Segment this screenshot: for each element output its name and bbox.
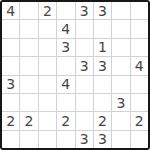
empty-cell-r1c2[interactable] — [20, 2, 37, 19]
empty-cell-r2c5[interactable] — [76, 20, 93, 37]
empty-cell-r5c7[interactable] — [112, 76, 129, 93]
clue-cell-r5c1: 3 — [2, 76, 19, 93]
empty-cell-r8c3[interactable] — [39, 131, 56, 148]
empty-cell-r8c7[interactable] — [112, 131, 129, 148]
empty-cell-r4c4[interactable] — [57, 57, 74, 74]
empty-cell-r6c3[interactable] — [39, 94, 56, 111]
empty-cell-r3c3[interactable] — [39, 39, 56, 56]
empty-cell-r3c2[interactable] — [20, 39, 37, 56]
clue-cell-r1c5: 3 — [76, 2, 93, 19]
empty-cell-r4c2[interactable] — [20, 57, 37, 74]
empty-cell-r5c8[interactable] — [131, 76, 148, 93]
empty-cell-r8c1[interactable] — [2, 131, 19, 148]
clue-cell-r3c6: 1 — [94, 39, 111, 56]
empty-cell-r2c6[interactable] — [94, 20, 111, 37]
empty-cell-r4c1[interactable] — [2, 57, 19, 74]
clue-cell-r7c6: 2 — [94, 112, 111, 129]
clue-cell-r5c4: 4 — [57, 76, 74, 93]
empty-cell-r3c7[interactable] — [112, 39, 129, 56]
clue-cell-r8c5: 3 — [76, 131, 93, 148]
empty-cell-r4c3[interactable] — [39, 57, 56, 74]
clue-cell-r6c7: 3 — [112, 94, 129, 111]
clue-cell-r3c4: 3 — [57, 39, 74, 56]
empty-cell-r1c7[interactable] — [112, 2, 129, 19]
empty-cell-r2c7[interactable] — [112, 20, 129, 37]
empty-cell-r5c2[interactable] — [20, 76, 37, 93]
empty-cell-r6c5[interactable] — [76, 94, 93, 111]
empty-cell-r2c3[interactable] — [39, 20, 56, 37]
empty-cell-r2c8[interactable] — [131, 20, 148, 37]
empty-cell-r8c2[interactable] — [20, 131, 37, 148]
empty-cell-r6c4[interactable] — [57, 94, 74, 111]
empty-cell-r8c8[interactable] — [131, 131, 148, 148]
empty-cell-r3c1[interactable] — [2, 39, 19, 56]
empty-cell-r5c6[interactable] — [94, 76, 111, 93]
clue-cell-r8c6: 3 — [94, 131, 111, 148]
empty-cell-r1c4[interactable] — [57, 2, 74, 19]
clue-cell-r1c6: 3 — [94, 2, 111, 19]
empty-cell-r8c4[interactable] — [57, 131, 74, 148]
clue-cell-r2c4: 4 — [57, 20, 74, 37]
empty-cell-r6c2[interactable] — [20, 94, 37, 111]
clue-cell-r7c8: 2 — [131, 112, 148, 129]
clue-cell-r4c8: 4 — [131, 57, 148, 74]
empty-cell-r6c6[interactable] — [94, 94, 111, 111]
clue-cell-r7c1: 2 — [2, 112, 19, 129]
clue-cell-r1c1: 4 — [2, 2, 19, 19]
minesweeper-board: 42334313343432222233 — [0, 0, 150, 150]
empty-cell-r5c3[interactable] — [39, 76, 56, 93]
empty-cell-r2c2[interactable] — [20, 20, 37, 37]
empty-cell-r7c7[interactable] — [112, 112, 129, 129]
empty-cell-r6c1[interactable] — [2, 94, 19, 111]
empty-cell-r4c7[interactable] — [112, 57, 129, 74]
clue-cell-r4c6: 3 — [94, 57, 111, 74]
clue-cell-r7c2: 2 — [20, 112, 37, 129]
empty-cell-r7c5[interactable] — [76, 112, 93, 129]
empty-cell-r2c1[interactable] — [2, 20, 19, 37]
empty-cell-r3c5[interactable] — [76, 39, 93, 56]
empty-cell-r7c3[interactable] — [39, 112, 56, 129]
empty-cell-r5c5[interactable] — [76, 76, 93, 93]
empty-cell-r1c8[interactable] — [131, 2, 148, 19]
empty-cell-r6c8[interactable] — [131, 94, 148, 111]
clue-cell-r1c3: 2 — [39, 2, 56, 19]
clue-cell-r4c5: 3 — [76, 57, 93, 74]
clue-cell-r7c4: 2 — [57, 112, 74, 129]
empty-cell-r3c8[interactable] — [131, 39, 148, 56]
